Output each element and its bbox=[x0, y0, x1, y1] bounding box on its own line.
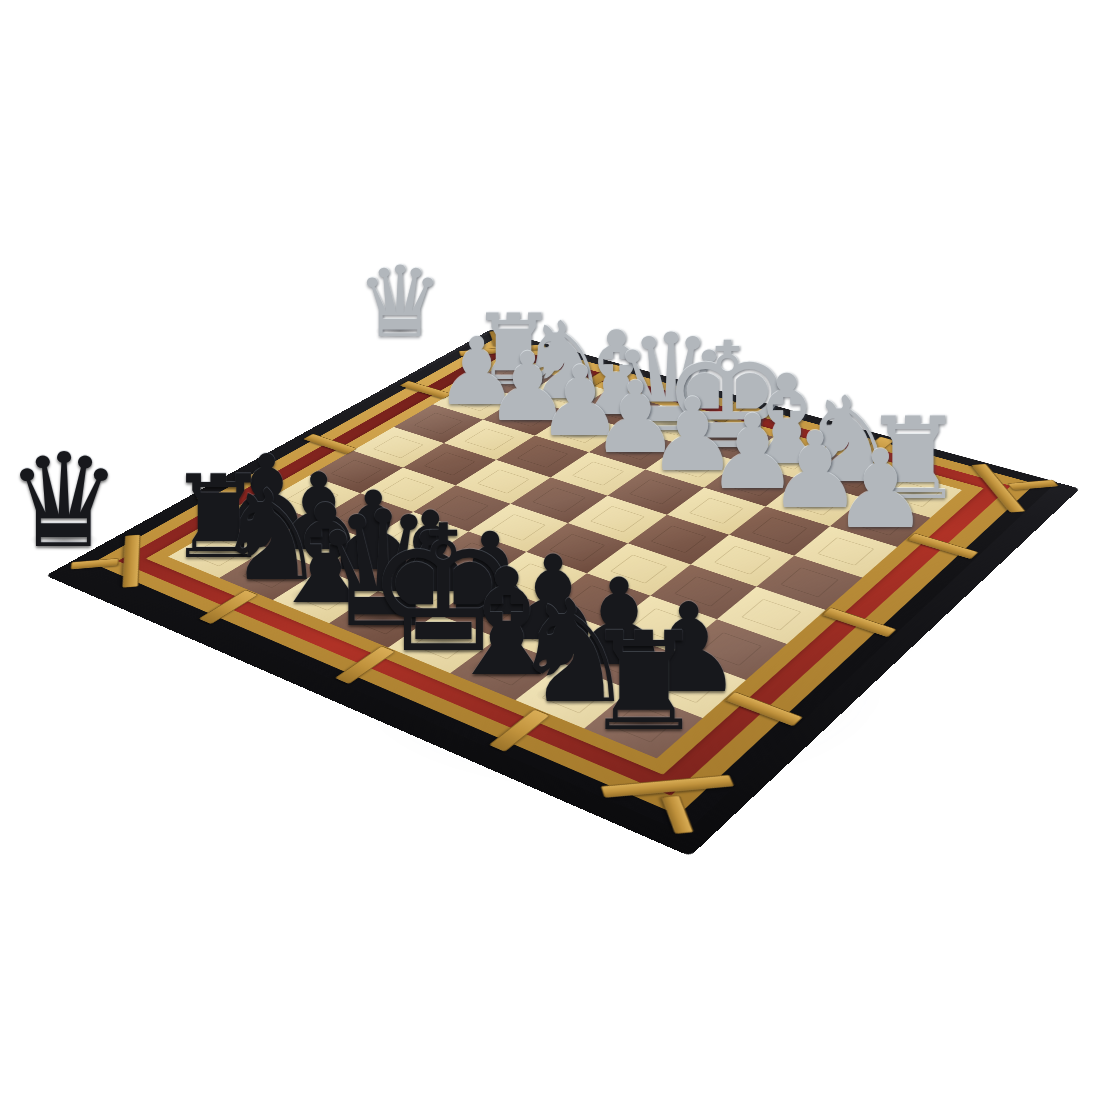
tile-seam bbox=[714, 546, 772, 575]
tile-seam bbox=[424, 452, 476, 476]
tile-seam bbox=[780, 567, 839, 597]
piece-black-queen[interactable]: ♛ bbox=[0, 436, 144, 566]
tile-seam bbox=[590, 506, 646, 533]
tile-seam bbox=[373, 436, 424, 459]
black-rook-glyph: ♜ bbox=[564, 614, 724, 750]
black-queen-glyph: ♛ bbox=[0, 436, 144, 566]
white-pawn-glyph: ♟ bbox=[800, 436, 960, 544]
lego-chess-scene: ♜♞♝♛♚♝♞♜♟♟♟♟♟♟♟♟♟♟♟♟♟♟♟♟♜♞♝♛♚♝♞♜♛♛ bbox=[0, 0, 1100, 1100]
piece-black-rook[interactable]: ♜ bbox=[564, 614, 724, 750]
piece-white-pawn[interactable]: ♟ bbox=[800, 436, 960, 544]
tile-seam bbox=[650, 525, 707, 553]
